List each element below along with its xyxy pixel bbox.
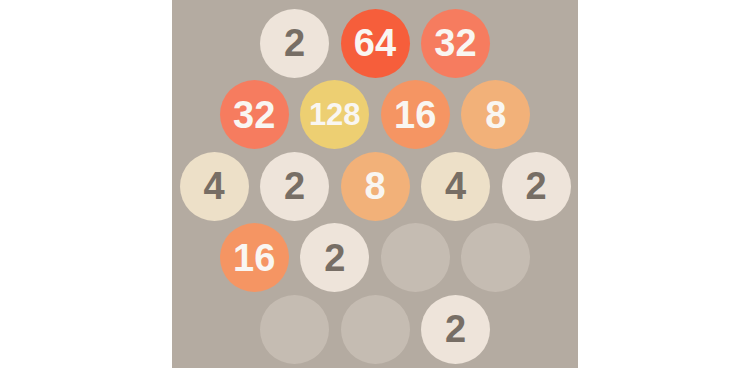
tile-value: 2 xyxy=(525,167,546,205)
tile-empty xyxy=(461,223,530,292)
tile-2: 2 xyxy=(260,9,329,78)
tile-value: 32 xyxy=(233,96,275,134)
tile-value: 2 xyxy=(324,239,345,277)
tile-32: 32 xyxy=(220,80,289,149)
tile-16: 16 xyxy=(381,80,450,149)
tile-16: 16 xyxy=(220,223,289,292)
tile-empty xyxy=(341,295,410,364)
tile-2: 2 xyxy=(421,295,490,364)
tile-value: 8 xyxy=(364,167,385,205)
tile-2: 2 xyxy=(502,152,571,221)
stage: 2 64 32 32 128 16 8 4 2 8 4 2 16 2 2 xyxy=(0,0,750,375)
tile-value: 32 xyxy=(434,24,476,62)
game-board[interactable]: 2 64 32 32 128 16 8 4 2 8 4 2 16 2 2 xyxy=(172,0,578,368)
tile-4: 4 xyxy=(421,152,490,221)
tile-value: 128 xyxy=(309,99,361,130)
tile-empty xyxy=(260,295,329,364)
tile-64: 64 xyxy=(341,9,410,78)
tile-2: 2 xyxy=(300,223,369,292)
tile-value: 2 xyxy=(284,24,305,62)
tile-32: 32 xyxy=(421,9,490,78)
tile-value: 4 xyxy=(203,167,224,205)
tile-8: 8 xyxy=(461,80,530,149)
tile-value: 8 xyxy=(485,96,506,134)
tile-value: 4 xyxy=(445,167,466,205)
tile-empty xyxy=(381,223,450,292)
tile-value: 2 xyxy=(284,167,305,205)
tile-value: 2 xyxy=(445,310,466,348)
tile-4: 4 xyxy=(180,152,249,221)
tile-value: 16 xyxy=(394,96,436,134)
tile-value: 64 xyxy=(354,24,396,62)
tile-8: 8 xyxy=(341,152,410,221)
tile-128: 128 xyxy=(300,80,369,149)
tile-2: 2 xyxy=(260,152,329,221)
tile-value: 16 xyxy=(233,239,275,277)
